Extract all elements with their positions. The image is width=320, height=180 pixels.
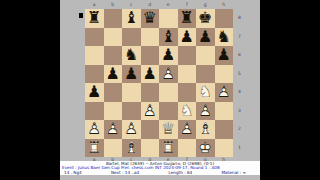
video-frame: abcdefgh ♜♝♛♜♚♝♟♟♞♞♟♟♟♟♟♟♙♟♞♘♟♙♟♙♞♘♟♙♟♙♟… <box>0 0 320 180</box>
black-knight-h7[interactable]: ♞ <box>215 28 234 47</box>
square-b8[interactable] <box>104 9 123 28</box>
piece-outline: ♙ <box>196 102 215 121</box>
move-info-line: 14 . Ng4 Next : 14 ..a4 Length : 64 Mate… <box>60 171 260 176</box>
piece-glyph: ♞ <box>215 28 234 47</box>
square-f1[interactable] <box>178 139 197 158</box>
square-d1[interactable] <box>141 139 160 158</box>
black-to-move-indicator <box>79 13 83 18</box>
piece-outline: ♙ <box>85 120 104 139</box>
rank-label: 7 <box>236 28 243 47</box>
square-c7[interactable] <box>122 28 141 47</box>
rank-labels-right: 87654321 <box>236 9 243 157</box>
piece-glyph: ♟ <box>122 65 141 84</box>
file-label: h <box>215 2 234 8</box>
piece-glyph: ♟ <box>178 28 197 47</box>
square-b3[interactable] <box>104 102 123 121</box>
white-pawn-b2[interactable]: ♟♙ <box>104 120 123 139</box>
white-knight-g4[interactable]: ♞♘ <box>196 83 215 102</box>
black-pawn-f7[interactable]: ♟ <box>178 28 197 47</box>
white-king-g1[interactable]: ♚♔ <box>196 139 215 158</box>
white-pawn-d3[interactable]: ♟♙ <box>141 102 160 121</box>
square-d2[interactable] <box>141 120 160 139</box>
black-pawn-d5[interactable]: ♟ <box>141 65 160 84</box>
piece-glyph: ♟ <box>159 46 178 65</box>
chess-diagram-panel: abcdefgh ♜♝♛♜♚♝♟♟♞♞♟♟♟♟♟♟♙♟♞♘♟♙♟♙♞♘♟♙♟♙♟… <box>60 0 260 180</box>
square-f4[interactable] <box>178 83 197 102</box>
white-pawn-h4[interactable]: ♟♙ <box>215 83 234 102</box>
white-bishop-g2[interactable]: ♝♗ <box>196 120 215 139</box>
square-d6[interactable] <box>141 46 160 65</box>
material-balance-text: Material : = <box>221 171 246 176</box>
black-king-g8[interactable]: ♚ <box>196 9 215 28</box>
square-e3[interactable] <box>159 102 178 121</box>
square-b7[interactable] <box>104 28 123 47</box>
game-info-bar: Bartel, Mat (2659) -- Anton Guijarro, D … <box>60 161 260 175</box>
rank-label: 3 <box>236 102 243 121</box>
chess-board[interactable]: ♜♝♛♜♚♝♟♟♞♞♟♟♟♟♟♟♙♟♞♘♟♙♟♙♞♘♟♙♟♙♟♙♟♙♛♕♟♙♝♗… <box>85 9 233 157</box>
last-move-text: 14 . Ng4 <box>64 171 82 176</box>
piece-outline: ♔ <box>196 139 215 158</box>
square-h5[interactable] <box>215 65 234 84</box>
piece-glyph: ♞ <box>122 46 141 65</box>
file-label: b <box>104 2 123 8</box>
rank-label: 2 <box>236 120 243 139</box>
next-move-text: Next : 14 ..a4 <box>111 171 139 176</box>
rank-label: 1 <box>236 139 243 158</box>
square-a5[interactable] <box>85 65 104 84</box>
piece-glyph: ♟ <box>196 28 215 47</box>
square-a7[interactable] <box>85 28 104 47</box>
letterbox-left <box>0 0 60 180</box>
black-pawn-g7[interactable]: ♟ <box>196 28 215 47</box>
square-h3[interactable] <box>215 102 234 121</box>
piece-glyph: ♜ <box>85 9 104 28</box>
white-knight-f3[interactable]: ♞♘ <box>178 102 197 121</box>
white-pawn-a2[interactable]: ♟♙ <box>85 120 104 139</box>
square-b6[interactable] <box>104 46 123 65</box>
square-g5[interactable] <box>196 65 215 84</box>
square-d7[interactable] <box>141 28 160 47</box>
black-pawn-e6[interactable]: ♟ <box>159 46 178 65</box>
piece-glyph: ♛ <box>141 9 160 28</box>
piece-outline: ♗ <box>122 139 141 158</box>
file-label: e <box>159 2 178 8</box>
piece-outline: ♙ <box>178 120 197 139</box>
white-queen-e2[interactable]: ♛♕ <box>159 120 178 139</box>
square-b1[interactable] <box>104 139 123 158</box>
square-g6[interactable] <box>196 46 215 65</box>
piece-outline: ♘ <box>178 102 197 121</box>
black-pawn-c5[interactable]: ♟ <box>122 65 141 84</box>
piece-glyph: ♝ <box>122 9 141 28</box>
piece-outline: ♖ <box>159 139 178 158</box>
square-h1[interactable] <box>215 139 234 158</box>
square-a6[interactable] <box>85 46 104 65</box>
piece-glyph: ♟ <box>104 65 123 84</box>
black-pawn-h6[interactable]: ♟ <box>215 46 234 65</box>
black-bishop-c8[interactable]: ♝ <box>122 9 141 28</box>
white-rook-a1[interactable]: ♜♖ <box>85 139 104 158</box>
piece-glyph: ♟ <box>215 46 234 65</box>
black-queen-d8[interactable]: ♛ <box>141 9 160 28</box>
square-h2[interactable] <box>215 120 234 139</box>
piece-outline: ♘ <box>196 83 215 102</box>
piece-glyph: ♚ <box>196 9 215 28</box>
black-pawn-b5[interactable]: ♟ <box>104 65 123 84</box>
piece-glyph: ♝ <box>159 28 178 47</box>
piece-glyph: ♟ <box>85 83 104 102</box>
rank-label: 8 <box>236 9 243 28</box>
rank-label: 5 <box>236 65 243 84</box>
piece-glyph: ♟ <box>141 65 160 84</box>
black-knight-c6[interactable]: ♞ <box>122 46 141 65</box>
letterbox-right <box>260 0 320 180</box>
white-pawn-f2[interactable]: ♟♙ <box>178 120 197 139</box>
game-length-text: Length : 64 <box>168 171 192 176</box>
white-rook-e1[interactable]: ♜♖ <box>159 139 178 158</box>
black-bishop-e7[interactable]: ♝ <box>159 28 178 47</box>
square-h8[interactable] <box>215 9 234 28</box>
black-rook-f8[interactable]: ♜ <box>178 9 197 28</box>
black-pawn-a4[interactable]: ♟ <box>85 83 104 102</box>
piece-outline: ♖ <box>85 139 104 158</box>
piece-outline: ♙ <box>104 120 123 139</box>
square-a3[interactable] <box>85 102 104 121</box>
piece-outline: ♙ <box>141 102 160 121</box>
square-f5[interactable] <box>178 65 197 84</box>
square-f6[interactable] <box>178 46 197 65</box>
white-pawn-e5[interactable]: ♟♙ <box>159 65 178 84</box>
rank-label: 6 <box>236 46 243 65</box>
piece-outline: ♕ <box>159 120 178 139</box>
white-bishop-c1[interactable]: ♝♗ <box>122 139 141 158</box>
rank-label: 4 <box>236 83 243 102</box>
square-c3[interactable] <box>122 102 141 121</box>
square-e8[interactable] <box>159 9 178 28</box>
black-rook-a8[interactable]: ♜ <box>85 9 104 28</box>
white-pawn-c2[interactable]: ♟♙ <box>122 120 141 139</box>
piece-glyph: ♜ <box>178 9 197 28</box>
square-e4[interactable] <box>159 83 178 102</box>
piece-outline: ♙ <box>215 83 234 102</box>
piece-outline: ♗ <box>196 120 215 139</box>
piece-outline: ♙ <box>122 120 141 139</box>
piece-outline: ♙ <box>159 65 178 84</box>
square-b4[interactable] <box>104 83 123 102</box>
square-d4[interactable] <box>141 83 160 102</box>
square-c4[interactable] <box>122 83 141 102</box>
white-pawn-g3[interactable]: ♟♙ <box>196 102 215 121</box>
